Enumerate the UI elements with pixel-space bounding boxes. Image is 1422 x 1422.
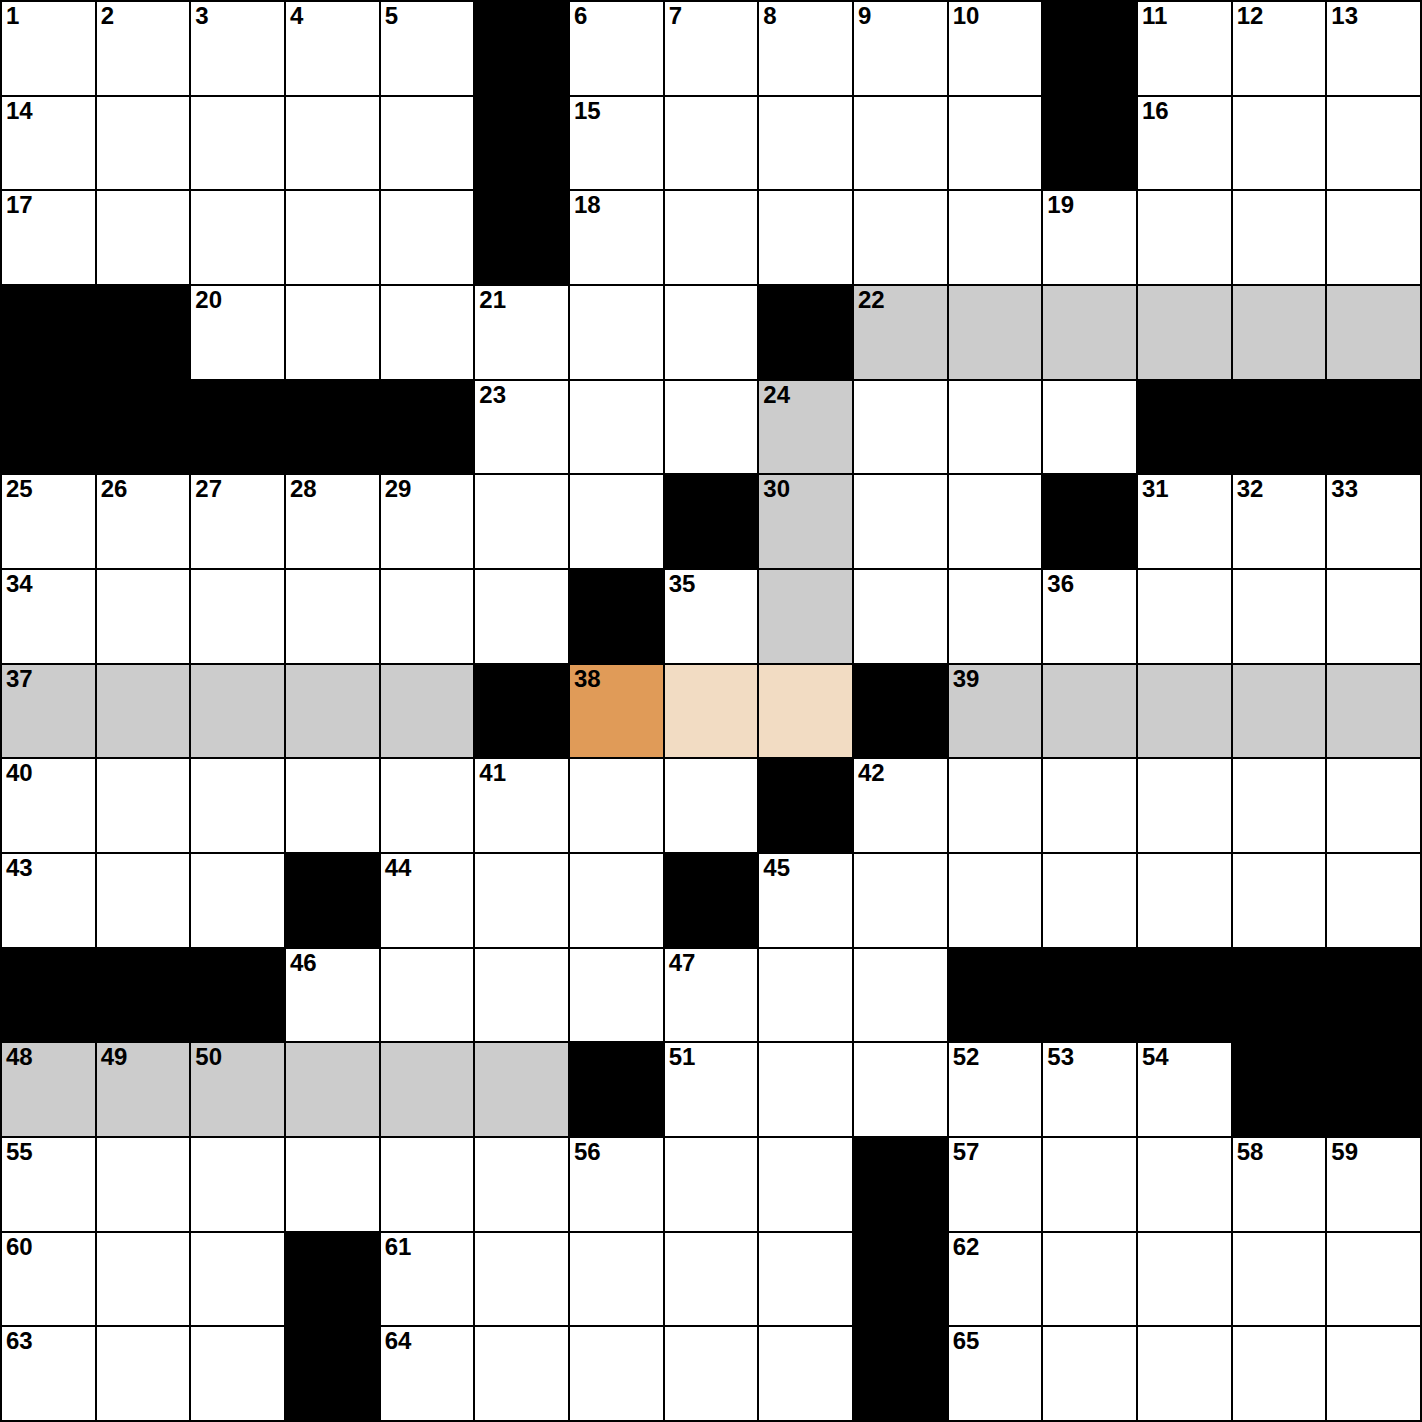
clue-number-5: 5 — [385, 2, 398, 30]
blocked-cell-r4c14 — [1327, 381, 1420, 474]
cell-r9c6[interactable] — [570, 854, 663, 947]
cell-r7c11[interactable] — [1043, 665, 1136, 758]
cell-r2c6[interactable]: 18 — [570, 191, 663, 284]
cell-r2c3[interactable] — [286, 191, 379, 284]
cell-r2c4[interactable] — [381, 191, 474, 284]
cell-r8c11[interactable] — [1043, 759, 1136, 852]
cell-r6c11[interactable]: 36 — [1043, 570, 1136, 663]
cell-r10c4[interactable] — [381, 949, 474, 1042]
cell-r12c7[interactable] — [665, 1138, 758, 1231]
clue-number-39: 39 — [953, 665, 980, 693]
cell-r11c11[interactable]: 53 — [1043, 1043, 1136, 1136]
cell-r10c3[interactable]: 46 — [286, 949, 379, 1042]
cell-r9c13[interactable] — [1233, 854, 1326, 947]
cell-r6c2[interactable] — [191, 570, 284, 663]
cell-r7c12[interactable] — [1138, 665, 1231, 758]
cell-r5c6[interactable] — [570, 475, 663, 568]
cell-r1c14[interactable] — [1327, 97, 1420, 190]
cell-r11c10[interactable]: 52 — [949, 1043, 1042, 1136]
cell-r2c11[interactable]: 19 — [1043, 191, 1136, 284]
blocked-cell-r11c6 — [570, 1043, 663, 1136]
cell-r6c14[interactable] — [1327, 570, 1420, 663]
cell-r1c0[interactable]: 14 — [2, 97, 95, 190]
clue-number-22: 22 — [858, 286, 885, 314]
clue-number-43: 43 — [6, 854, 33, 882]
cell-r14c8[interactable] — [759, 1327, 852, 1420]
cell-r12c11[interactable] — [1043, 1138, 1136, 1231]
clue-number-20: 20 — [195, 286, 222, 314]
cell-r11c1[interactable]: 49 — [97, 1043, 190, 1136]
cell-r11c7[interactable]: 51 — [665, 1043, 758, 1136]
cell-r7c8[interactable] — [759, 665, 852, 758]
blocked-cell-r14c3 — [286, 1327, 379, 1420]
cell-r6c0[interactable]: 34 — [2, 570, 95, 663]
cell-r4c5[interactable]: 23 — [475, 381, 568, 474]
cell-r4c6[interactable] — [570, 381, 663, 474]
clue-number-56: 56 — [574, 1138, 601, 1166]
blocked-cell-r0c11 — [1043, 2, 1136, 95]
cell-r14c2[interactable] — [191, 1327, 284, 1420]
cell-r5c10[interactable] — [949, 475, 1042, 568]
cell-r6c3[interactable] — [286, 570, 379, 663]
blocked-cell-r4c4 — [381, 381, 474, 474]
cell-r8c6[interactable] — [570, 759, 663, 852]
cell-r3c11[interactable] — [1043, 286, 1136, 379]
clue-number-8: 8 — [763, 2, 776, 30]
clue-number-12: 12 — [1237, 2, 1264, 30]
clue-number-58: 58 — [1237, 1138, 1264, 1166]
cell-r8c0[interactable]: 40 — [2, 759, 95, 852]
cell-r1c3[interactable] — [286, 97, 379, 190]
blocked-cell-r1c11 — [1043, 97, 1136, 190]
cell-r3c6[interactable] — [570, 286, 663, 379]
cell-r13c10[interactable]: 62 — [949, 1233, 1042, 1326]
cell-r5c2[interactable]: 27 — [191, 475, 284, 568]
blocked-cell-r10c11 — [1043, 949, 1136, 1042]
blocked-cell-r10c14 — [1327, 949, 1420, 1042]
clue-number-15: 15 — [574, 97, 601, 125]
cell-r5c4[interactable]: 29 — [381, 475, 474, 568]
cell-r11c2[interactable]: 50 — [191, 1043, 284, 1136]
cell-r11c9[interactable] — [854, 1043, 947, 1136]
cell-r0c3[interactable]: 4 — [286, 2, 379, 95]
cell-r0c10[interactable]: 10 — [949, 2, 1042, 95]
cell-r7c6[interactable]: 38 — [570, 665, 663, 758]
clue-number-63: 63 — [6, 1327, 33, 1355]
clue-number-30: 30 — [763, 475, 790, 503]
cell-r5c13[interactable]: 32 — [1233, 475, 1326, 568]
clue-number-9: 9 — [858, 2, 871, 30]
blocked-cell-r12c9 — [854, 1138, 947, 1231]
cell-r9c10[interactable] — [949, 854, 1042, 947]
cell-r6c4[interactable] — [381, 570, 474, 663]
cell-r13c4[interactable]: 61 — [381, 1233, 474, 1326]
clue-number-21: 21 — [479, 286, 506, 314]
cell-r12c13[interactable]: 58 — [1233, 1138, 1326, 1231]
cell-r1c6[interactable]: 15 — [570, 97, 663, 190]
cell-r1c8[interactable] — [759, 97, 852, 190]
blocked-cell-r10c1 — [97, 949, 190, 1042]
cell-r6c7[interactable]: 35 — [665, 570, 758, 663]
cell-r2c1[interactable] — [97, 191, 190, 284]
clue-number-41: 41 — [479, 759, 506, 787]
cell-r11c12[interactable]: 54 — [1138, 1043, 1231, 1136]
clue-number-26: 26 — [101, 475, 128, 503]
cell-r4c9[interactable] — [854, 381, 947, 474]
clue-number-65: 65 — [953, 1327, 980, 1355]
clue-number-51: 51 — [669, 1043, 696, 1071]
cell-r13c14[interactable] — [1327, 1233, 1420, 1326]
cell-r14c7[interactable] — [665, 1327, 758, 1420]
clue-number-29: 29 — [385, 475, 412, 503]
cell-r1c9[interactable] — [854, 97, 947, 190]
cell-r2c8[interactable] — [759, 191, 852, 284]
cell-r7c13[interactable] — [1233, 665, 1326, 758]
cell-r12c5[interactable] — [475, 1138, 568, 1231]
cell-r0c9[interactable]: 9 — [854, 2, 947, 95]
blocked-cell-r2c5 — [475, 191, 568, 284]
clue-number-55: 55 — [6, 1138, 33, 1166]
cell-r9c11[interactable] — [1043, 854, 1136, 947]
cell-r13c6[interactable] — [570, 1233, 663, 1326]
cell-r2c2[interactable] — [191, 191, 284, 284]
cell-r8c13[interactable] — [1233, 759, 1326, 852]
cell-r8c3[interactable] — [286, 759, 379, 852]
cell-r3c7[interactable] — [665, 286, 758, 379]
clue-number-48: 48 — [6, 1043, 33, 1071]
cell-r6c8[interactable] — [759, 570, 852, 663]
cell-r6c12[interactable] — [1138, 570, 1231, 663]
blocked-cell-r3c1 — [97, 286, 190, 379]
cell-r3c13[interactable] — [1233, 286, 1326, 379]
clue-number-33: 33 — [1331, 475, 1358, 503]
cell-r14c13[interactable] — [1233, 1327, 1326, 1420]
cell-r7c0[interactable]: 37 — [2, 665, 95, 758]
cell-r2c7[interactable] — [665, 191, 758, 284]
cell-r9c5[interactable] — [475, 854, 568, 947]
cell-r13c11[interactable] — [1043, 1233, 1136, 1326]
clue-number-62: 62 — [953, 1233, 980, 1261]
cell-r8c2[interactable] — [191, 759, 284, 852]
clue-number-27: 27 — [195, 475, 222, 503]
cell-r10c6[interactable] — [570, 949, 663, 1042]
blocked-cell-r9c3 — [286, 854, 379, 947]
blocked-cell-r6c6 — [570, 570, 663, 663]
cell-r4c10[interactable] — [949, 381, 1042, 474]
clue-number-32: 32 — [1237, 475, 1264, 503]
cell-r7c3[interactable] — [286, 665, 379, 758]
clue-number-40: 40 — [6, 759, 33, 787]
cell-r12c12[interactable] — [1138, 1138, 1231, 1231]
cell-r14c12[interactable] — [1138, 1327, 1231, 1420]
blocked-cell-r1c5 — [475, 97, 568, 190]
cell-r13c5[interactable] — [475, 1233, 568, 1326]
blocked-cell-r5c7 — [665, 475, 758, 568]
cell-r0c4[interactable]: 5 — [381, 2, 474, 95]
cell-r0c13[interactable]: 12 — [1233, 2, 1326, 95]
clue-number-7: 7 — [669, 2, 682, 30]
clue-number-4: 4 — [290, 2, 303, 30]
cell-r9c2[interactable] — [191, 854, 284, 947]
clue-number-19: 19 — [1047, 191, 1074, 219]
cell-r1c7[interactable] — [665, 97, 758, 190]
cell-r9c0[interactable]: 43 — [2, 854, 95, 947]
clue-number-14: 14 — [6, 97, 33, 125]
clue-number-61: 61 — [385, 1233, 412, 1261]
clue-number-44: 44 — [385, 854, 412, 882]
cell-r11c5[interactable] — [475, 1043, 568, 1136]
cell-r3c2[interactable]: 20 — [191, 286, 284, 379]
cell-r9c4[interactable]: 44 — [381, 854, 474, 947]
clue-number-50: 50 — [195, 1043, 222, 1071]
cell-r9c1[interactable] — [97, 854, 190, 947]
blocked-cell-r10c12 — [1138, 949, 1231, 1042]
blocked-cell-r8c8 — [759, 759, 852, 852]
cell-r13c0[interactable]: 60 — [2, 1233, 95, 1326]
cell-r11c0[interactable]: 48 — [2, 1043, 95, 1136]
cell-r3c9[interactable]: 22 — [854, 286, 947, 379]
blocked-cell-r4c2 — [191, 381, 284, 474]
clue-number-57: 57 — [953, 1138, 980, 1166]
cell-r2c13[interactable] — [1233, 191, 1326, 284]
clue-number-18: 18 — [574, 191, 601, 219]
cell-r6c13[interactable] — [1233, 570, 1326, 663]
cell-r1c4[interactable] — [381, 97, 474, 190]
cell-r7c7[interactable] — [665, 665, 758, 758]
cell-r10c5[interactable] — [475, 949, 568, 1042]
cell-r3c4[interactable] — [381, 286, 474, 379]
blocked-cell-r4c0 — [2, 381, 95, 474]
blocked-cell-r3c0 — [2, 286, 95, 379]
clue-number-34: 34 — [6, 570, 33, 598]
clue-number-53: 53 — [1047, 1043, 1074, 1071]
cell-r1c1[interactable] — [97, 97, 190, 190]
clue-number-64: 64 — [385, 1327, 412, 1355]
cell-r9c12[interactable] — [1138, 854, 1231, 947]
clue-number-36: 36 — [1047, 570, 1074, 598]
clue-number-23: 23 — [479, 381, 506, 409]
cell-r11c3[interactable] — [286, 1043, 379, 1136]
cell-r8c14[interactable] — [1327, 759, 1420, 852]
cell-r14c14[interactable] — [1327, 1327, 1420, 1420]
cell-r11c8[interactable] — [759, 1043, 852, 1136]
cell-r13c12[interactable] — [1138, 1233, 1231, 1326]
cell-r10c7[interactable]: 47 — [665, 949, 758, 1042]
cell-r8c9[interactable]: 42 — [854, 759, 947, 852]
cell-r0c1[interactable]: 2 — [97, 2, 190, 95]
cell-r12c2[interactable] — [191, 1138, 284, 1231]
blocked-cell-r14c9 — [854, 1327, 947, 1420]
cell-r0c2[interactable]: 3 — [191, 2, 284, 95]
clue-number-25: 25 — [6, 475, 33, 503]
cell-r1c2[interactable] — [191, 97, 284, 190]
cell-r4c11[interactable] — [1043, 381, 1136, 474]
blocked-cell-r4c13 — [1233, 381, 1326, 474]
crossword-board: 1234567891011121314151617181920212223242… — [0, 0, 1422, 1422]
clue-number-6: 6 — [574, 2, 587, 30]
blocked-cell-r11c14 — [1327, 1043, 1420, 1136]
blocked-cell-r4c3 — [286, 381, 379, 474]
cell-r1c10[interactable] — [949, 97, 1042, 190]
clue-number-2: 2 — [101, 2, 114, 30]
cell-r12c1[interactable] — [97, 1138, 190, 1231]
cell-r3c12[interactable] — [1138, 286, 1231, 379]
blocked-cell-r7c9 — [854, 665, 947, 758]
cell-r2c0[interactable]: 17 — [2, 191, 95, 284]
blocked-cell-r4c1 — [97, 381, 190, 474]
cell-r2c10[interactable] — [949, 191, 1042, 284]
clue-number-16: 16 — [1142, 97, 1169, 125]
cell-r0c8[interactable]: 8 — [759, 2, 852, 95]
cell-r3c3[interactable] — [286, 286, 379, 379]
blocked-cell-r10c2 — [191, 949, 284, 1042]
cell-r9c8[interactable]: 45 — [759, 854, 852, 947]
blocked-cell-r13c9 — [854, 1233, 947, 1326]
clue-number-35: 35 — [669, 570, 696, 598]
clue-number-10: 10 — [953, 2, 980, 30]
clue-number-46: 46 — [290, 949, 317, 977]
clue-number-11: 11 — [1142, 2, 1167, 30]
cell-r5c0[interactable]: 25 — [2, 475, 95, 568]
cell-r5c1[interactable]: 26 — [97, 475, 190, 568]
cell-r12c0[interactable]: 55 — [2, 1138, 95, 1231]
clue-number-49: 49 — [101, 1043, 128, 1071]
blocked-cell-r9c7 — [665, 854, 758, 947]
cell-r6c1[interactable] — [97, 570, 190, 663]
cell-r10c8[interactable] — [759, 949, 852, 1042]
cell-r14c4[interactable]: 64 — [381, 1327, 474, 1420]
clue-number-52: 52 — [953, 1043, 980, 1071]
cell-r0c14[interactable]: 13 — [1327, 2, 1420, 95]
blocked-cell-r0c5 — [475, 2, 568, 95]
cell-r14c11[interactable] — [1043, 1327, 1136, 1420]
blocked-cell-r13c3 — [286, 1233, 379, 1326]
clue-number-31: 31 — [1142, 475, 1169, 503]
cell-r7c10[interactable]: 39 — [949, 665, 1042, 758]
cell-r8c7[interactable] — [665, 759, 758, 852]
blocked-cell-r10c10 — [949, 949, 1042, 1042]
cell-r13c1[interactable] — [97, 1233, 190, 1326]
cell-r12c14[interactable]: 59 — [1327, 1138, 1420, 1231]
cell-r2c12[interactable] — [1138, 191, 1231, 284]
cell-r12c4[interactable] — [381, 1138, 474, 1231]
cell-r7c1[interactable] — [97, 665, 190, 758]
clue-number-42: 42 — [858, 759, 885, 787]
cell-r5c5[interactable] — [475, 475, 568, 568]
cell-r0c7[interactable]: 7 — [665, 2, 758, 95]
blocked-cell-r3c8 — [759, 286, 852, 379]
clue-number-17: 17 — [6, 191, 33, 219]
cell-r0c12[interactable]: 11 — [1138, 2, 1231, 95]
clue-number-3: 3 — [195, 2, 208, 30]
cell-r14c6[interactable] — [570, 1327, 663, 1420]
cell-r2c9[interactable] — [854, 191, 947, 284]
cell-r7c14[interactable] — [1327, 665, 1420, 758]
clue-number-60: 60 — [6, 1233, 33, 1261]
clue-number-37: 37 — [6, 665, 33, 693]
cell-r14c10[interactable]: 65 — [949, 1327, 1042, 1420]
cell-r13c2[interactable] — [191, 1233, 284, 1326]
cell-r5c9[interactable] — [854, 475, 947, 568]
clue-number-1: 1 — [6, 2, 19, 30]
clue-number-47: 47 — [669, 949, 696, 977]
cell-r7c2[interactable] — [191, 665, 284, 758]
clue-number-38: 38 — [574, 665, 601, 693]
cell-r9c14[interactable] — [1327, 854, 1420, 947]
cell-r8c1[interactable] — [97, 759, 190, 852]
blocked-cell-r11c13 — [1233, 1043, 1326, 1136]
cell-r14c0[interactable]: 63 — [2, 1327, 95, 1420]
cell-r4c8[interactable]: 24 — [759, 381, 852, 474]
blocked-cell-r7c5 — [475, 665, 568, 758]
cell-r5c3[interactable]: 28 — [286, 475, 379, 568]
cell-r13c8[interactable] — [759, 1233, 852, 1326]
cell-r6c9[interactable] — [854, 570, 947, 663]
cell-r7c4[interactable] — [381, 665, 474, 758]
cell-r12c10[interactable]: 57 — [949, 1138, 1042, 1231]
cell-r13c13[interactable] — [1233, 1233, 1326, 1326]
cell-r5c14[interactable]: 33 — [1327, 475, 1420, 568]
cell-r4c7[interactable] — [665, 381, 758, 474]
cell-r3c14[interactable] — [1327, 286, 1420, 379]
cell-r0c0[interactable]: 1 — [2, 2, 95, 95]
cell-r14c1[interactable] — [97, 1327, 190, 1420]
cell-r6c10[interactable] — [949, 570, 1042, 663]
cell-r3c5[interactable]: 21 — [475, 286, 568, 379]
cell-r2c14[interactable] — [1327, 191, 1420, 284]
cell-r5c12[interactable]: 31 — [1138, 475, 1231, 568]
cell-r8c4[interactable] — [381, 759, 474, 852]
cell-r11c4[interactable] — [381, 1043, 474, 1136]
clue-number-24: 24 — [763, 381, 790, 409]
cell-r8c12[interactable] — [1138, 759, 1231, 852]
cell-r9c9[interactable] — [854, 854, 947, 947]
blocked-cell-r10c0 — [2, 949, 95, 1042]
cell-r10c9[interactable] — [854, 949, 947, 1042]
cell-r12c8[interactable] — [759, 1138, 852, 1231]
blocked-cell-r10c13 — [1233, 949, 1326, 1042]
cell-r3c10[interactable] — [949, 286, 1042, 379]
clue-number-54: 54 — [1142, 1043, 1169, 1071]
cell-r14c5[interactable] — [475, 1327, 568, 1420]
cell-r1c12[interactable]: 16 — [1138, 97, 1231, 190]
clue-number-45: 45 — [763, 854, 790, 882]
cell-r1c13[interactable] — [1233, 97, 1326, 190]
blocked-cell-r5c11 — [1043, 475, 1136, 568]
cell-r6c5[interactable] — [475, 570, 568, 663]
cell-r0c6[interactable]: 6 — [570, 2, 663, 95]
cell-r13c7[interactable] — [665, 1233, 758, 1326]
cell-r12c3[interactable] — [286, 1138, 379, 1231]
clue-number-13: 13 — [1331, 2, 1358, 30]
blocked-cell-r4c12 — [1138, 381, 1231, 474]
cell-r12c6[interactable]: 56 — [570, 1138, 663, 1231]
clue-number-28: 28 — [290, 475, 317, 503]
cell-r5c8[interactable]: 30 — [759, 475, 852, 568]
cell-r8c5[interactable]: 41 — [475, 759, 568, 852]
cell-r8c10[interactable] — [949, 759, 1042, 852]
clue-number-59: 59 — [1331, 1138, 1358, 1166]
